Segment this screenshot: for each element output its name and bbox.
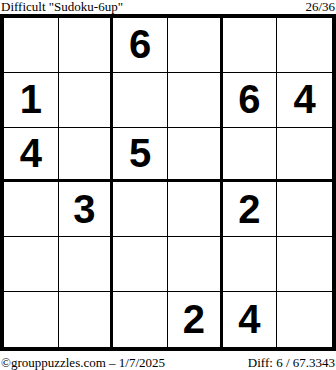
cell-r4c2: 3 [59, 182, 114, 237]
cell-r4c5: 2 [223, 182, 278, 237]
cell-r2c2[interactable] [59, 73, 114, 128]
cell-r3c3: 5 [113, 128, 168, 183]
cell-r3c1: 4 [4, 128, 59, 183]
cell-r2c6: 4 [277, 73, 332, 128]
copyright-text: ©grouppuzzles.com – 1/7/2025 [1, 355, 165, 370]
cell-r4c3[interactable] [113, 182, 168, 237]
cell-r2c1: 1 [4, 73, 59, 128]
cell-r6c5: 4 [223, 292, 278, 347]
cell-r1c4[interactable] [168, 18, 223, 73]
cell-r1c2[interactable] [59, 18, 114, 73]
cell-r3c6[interactable] [277, 128, 332, 183]
cell-r4c4[interactable] [168, 182, 223, 237]
cell-r1c3: 6 [113, 18, 168, 73]
header: Difficult "Sudoku-6up" 26/36 [0, 0, 336, 14]
cell-r5c3[interactable] [113, 237, 168, 292]
cell-r2c5: 6 [223, 73, 278, 128]
cell-r5c1[interactable] [4, 237, 59, 292]
cell-r3c4[interactable] [168, 128, 223, 183]
cell-r5c4[interactable] [168, 237, 223, 292]
cell-r5c6[interactable] [277, 237, 332, 292]
cell-r1c5[interactable] [223, 18, 278, 73]
cell-r6c1[interactable] [4, 292, 59, 347]
cell-r6c3[interactable] [113, 292, 168, 347]
cell-r6c6[interactable] [277, 292, 332, 347]
cell-r1c6[interactable] [277, 18, 332, 73]
cell-r3c5[interactable] [223, 128, 278, 183]
cell-r6c4: 2 [168, 292, 223, 347]
cell-r2c4[interactable] [168, 73, 223, 128]
footer: ©grouppuzzles.com – 1/7/2025 Diff: 6 / 6… [0, 353, 336, 370]
cell-r4c6[interactable] [277, 182, 332, 237]
difficulty-text: Diff: 6 / 67.3343 [248, 355, 335, 370]
cell-r6c2[interactable] [59, 292, 114, 347]
cell-r5c5[interactable] [223, 237, 278, 292]
puzzle-title: Difficult "Sudoku-6up" [1, 0, 123, 13]
cell-r5c2[interactable] [59, 237, 114, 292]
cell-r4c1[interactable] [4, 182, 59, 237]
progress-counter: 26/36 [305, 0, 335, 13]
cell-r1c1[interactable] [4, 18, 59, 73]
sudoku-board: 6164453224 [0, 14, 336, 351]
cell-r3c2[interactable] [59, 128, 114, 183]
cell-r2c3[interactable] [113, 73, 168, 128]
